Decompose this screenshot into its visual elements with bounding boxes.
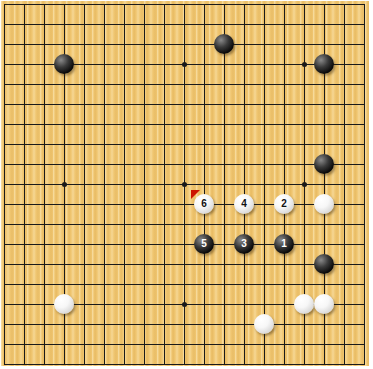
move-number: 2: [274, 194, 294, 214]
star-point: [182, 62, 187, 67]
stone-white-Q4: [294, 294, 314, 314]
star-point: [302, 182, 307, 187]
stone-white-R4: [314, 294, 334, 314]
move-number: 4: [234, 194, 254, 214]
stone-white-D4: [54, 294, 74, 314]
star-point: [182, 302, 187, 307]
star-point: [62, 182, 67, 187]
stone-black-N7: 3: [234, 234, 254, 254]
move-number: 1: [274, 234, 294, 254]
stone-black-M17: [214, 34, 234, 54]
stone-white-O3: [254, 314, 274, 334]
move-number: 5: [194, 234, 214, 254]
star-point: [302, 62, 307, 67]
star-point: [182, 182, 187, 187]
stone-white-R9: [314, 194, 334, 214]
stone-black-R11: [314, 154, 334, 174]
move-number: 3: [234, 234, 254, 254]
stone-black-R6: [314, 254, 334, 274]
stone-black-L7: 5: [194, 234, 214, 254]
stone-white-L9: 6: [194, 194, 214, 214]
move-number: 6: [194, 194, 214, 214]
stone-black-P7: 1: [274, 234, 294, 254]
stone-black-D16: [54, 54, 74, 74]
stone-white-N9: 4: [234, 194, 254, 214]
go-diagram-window: 642531: [0, 0, 373, 369]
stone-white-P9: 2: [274, 194, 294, 214]
stone-black-R16: [314, 54, 334, 74]
